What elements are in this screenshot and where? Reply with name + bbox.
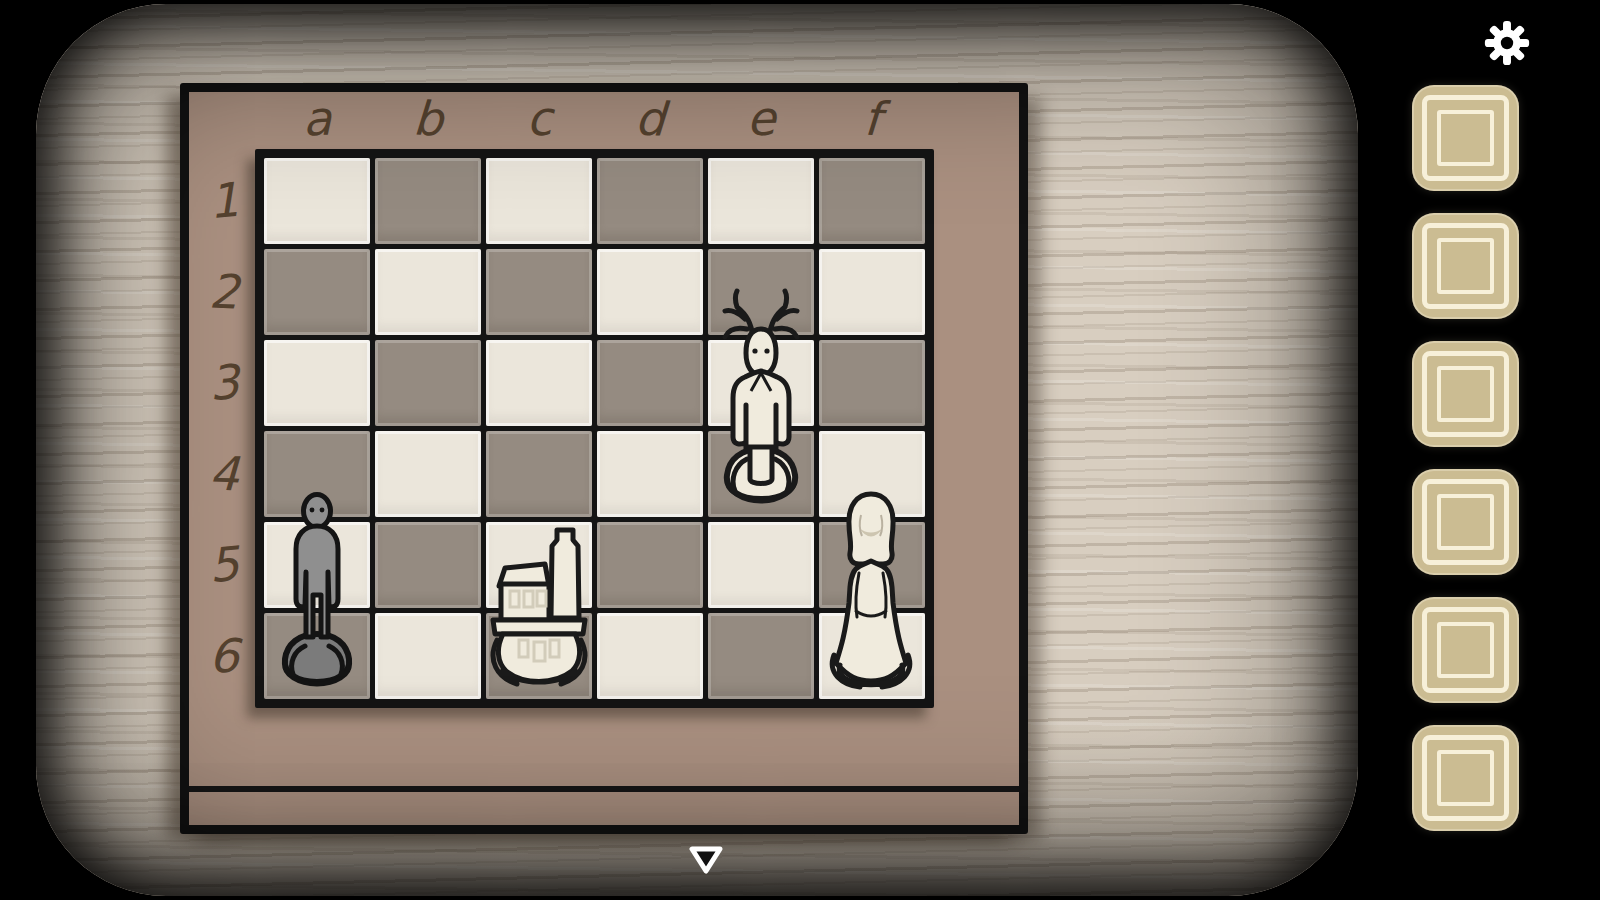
frame-ledge-line — [189, 786, 1019, 792]
square-c2[interactable] — [486, 249, 592, 335]
square-c4[interactable] — [486, 431, 592, 517]
inventory-slot-1[interactable] — [1412, 85, 1519, 191]
square-d2[interactable] — [597, 249, 703, 335]
rank-label-1: 1 — [198, 168, 249, 234]
file-label-c: c — [508, 92, 570, 146]
rank-label-5: 5 — [198, 532, 249, 598]
inventory-slot-5[interactable] — [1412, 597, 1519, 703]
square-b5[interactable] — [375, 522, 481, 608]
square-e6[interactable] — [708, 613, 814, 699]
rank-label-4: 4 — [200, 442, 248, 506]
rank-label-2: 2 — [200, 260, 248, 324]
square-a2[interactable] — [264, 249, 370, 335]
inventory-slot-2[interactable] — [1412, 213, 1519, 319]
square-d5[interactable] — [597, 522, 703, 608]
down-arrow-button[interactable] — [686, 842, 726, 876]
square-d3[interactable] — [597, 340, 703, 426]
square-a1[interactable] — [264, 158, 370, 244]
square-e1[interactable] — [708, 158, 814, 244]
file-label-f: f — [841, 91, 904, 146]
inventory-slot-3[interactable] — [1412, 341, 1519, 447]
square-b3[interactable] — [375, 340, 481, 426]
piece-factory-bottle[interactable] — [479, 526, 599, 691]
piece-dark-man[interactable] — [262, 485, 372, 690]
square-b6[interactable] — [375, 613, 481, 699]
square-a3[interactable] — [264, 340, 370, 426]
square-b2[interactable] — [375, 249, 481, 335]
inventory-slot-4[interactable] — [1412, 469, 1519, 575]
piece-deer-man[interactable] — [701, 279, 821, 509]
inventory-slot-6[interactable] — [1412, 725, 1519, 831]
square-f1[interactable] — [819, 158, 925, 244]
file-label-b: b — [397, 91, 460, 146]
square-e5[interactable] — [708, 522, 814, 608]
piece-woman[interactable] — [814, 487, 929, 692]
square-c3[interactable] — [486, 340, 592, 426]
square-c1[interactable] — [486, 158, 592, 244]
file-label-a: a — [286, 92, 348, 146]
rank-label-6: 6 — [200, 624, 248, 688]
square-d6[interactable] — [597, 613, 703, 699]
square-d4[interactable] — [597, 431, 703, 517]
square-b1[interactable] — [375, 158, 481, 244]
file-label-d: d — [619, 91, 682, 146]
square-b4[interactable] — [375, 431, 481, 517]
square-d1[interactable] — [597, 158, 703, 244]
square-f3[interactable] — [819, 340, 925, 426]
square-f2[interactable] — [819, 249, 925, 335]
file-label-e: e — [730, 92, 792, 146]
board-frame: abcdef 123456 — [180, 83, 1028, 834]
scene-wall: abcdef 123456 — [36, 4, 1358, 896]
rank-label-3: 3 — [198, 350, 249, 416]
settings-gear-icon[interactable] — [1484, 20, 1530, 66]
